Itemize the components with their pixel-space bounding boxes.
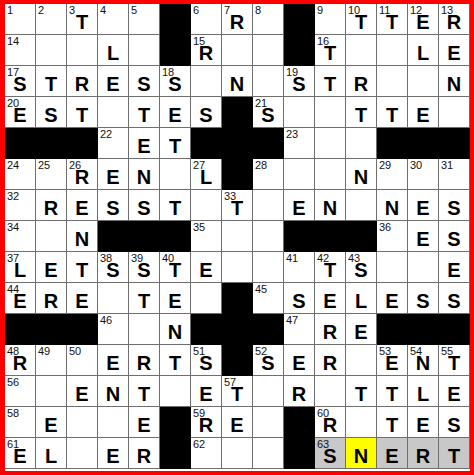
cell-r12c14[interactable]: 54N <box>408 345 439 376</box>
cell-letter-r13c10: R <box>284 383 314 405</box>
cell-letter-r12c9: S <box>253 352 283 374</box>
cell-r1c12[interactable]: 10T <box>346 4 377 35</box>
cell-r1c15[interactable]: 13R <box>439 4 470 35</box>
clue-number-5: 5 <box>131 4 137 17</box>
cell-r10c11[interactable]: E <box>315 283 346 314</box>
cell-letter-r15c4: E <box>98 445 128 467</box>
cell-r3c3[interactable]: R <box>67 66 98 97</box>
black-cell-r5c2 <box>36 128 67 159</box>
cell-letter-r4c7: S <box>191 104 221 126</box>
cell-r10c14[interactable]: S <box>408 283 439 314</box>
cell-r4c3[interactable]: T <box>67 97 98 128</box>
cell-letter-r7c4: S <box>98 197 128 219</box>
cell-r12c7[interactable]: 51S <box>191 345 222 376</box>
cell-letter-r7c13: N <box>377 197 407 219</box>
cell-r6c3[interactable]: 26R <box>67 159 98 190</box>
black-cell-r14c10 <box>284 407 315 438</box>
cell-r12c10[interactable]: E <box>284 345 315 376</box>
cell-r11c6[interactable]: N <box>160 314 191 345</box>
crossword-grid: 123T4567R8910T11T12E13R14L15R16TLE17STRE… <box>5 4 470 469</box>
cell-r12c2[interactable]: 49 <box>36 345 67 376</box>
cell-letter-r10c10: S <box>284 290 314 312</box>
cell-r1c9[interactable]: 8 <box>253 4 284 35</box>
cell-r10c12[interactable]: L <box>346 283 377 314</box>
cell-r10c10[interactable]: S <box>284 283 315 314</box>
cell-r4c13[interactable]: T <box>377 97 408 128</box>
cell-letter-r15c13: E <box>377 445 407 467</box>
cell-r12c15[interactable]: 55T <box>439 345 470 376</box>
cell-r2c2[interactable] <box>36 35 67 66</box>
cell-r12c6[interactable]: T <box>160 345 191 376</box>
cell-r15c4[interactable]: E <box>98 438 129 469</box>
cell-letter-r6c12: N <box>346 166 376 188</box>
cell-r2c13[interactable] <box>377 35 408 66</box>
cell-r11c4[interactable]: 46 <box>98 314 129 345</box>
cell-r14c13[interactable]: T <box>377 407 408 438</box>
cell-r3c12[interactable]: R <box>346 66 377 97</box>
cell-r1c11[interactable]: 9 <box>315 4 346 35</box>
cell-r9c10[interactable]: 41 <box>284 252 315 283</box>
cell-letter-r1c13: T <box>377 11 407 33</box>
cell-r8c15[interactable]: S <box>439 221 470 252</box>
cell-r6c10[interactable] <box>284 159 315 190</box>
cell-r12c4[interactable]: E <box>98 345 129 376</box>
cell-r10c5[interactable]: T <box>129 283 160 314</box>
cell-r7c13[interactable]: N <box>377 190 408 221</box>
cell-r6c14[interactable]: 30 <box>408 159 439 190</box>
cell-r7c15[interactable]: S <box>439 190 470 221</box>
cell-letter-r4c12: T <box>346 104 376 126</box>
cell-r3c7[interactable] <box>191 66 222 97</box>
cell-r13c6[interactable] <box>160 376 191 407</box>
cell-letter-r14c8: E <box>222 414 252 436</box>
cell-r15c12[interactable]: N <box>346 438 377 469</box>
cell-r2c7[interactable]: 15R <box>191 35 222 66</box>
cell-r3c11[interactable]: T <box>315 66 346 97</box>
cell-r12c11[interactable]: R <box>315 345 346 376</box>
cell-r12c13[interactable]: 53E <box>377 345 408 376</box>
cell-letter-r10c15: S <box>439 290 469 312</box>
cell-r3c8[interactable]: N <box>222 66 253 97</box>
cell-r7c10[interactable]: E <box>284 190 315 221</box>
cell-r15c14[interactable]: R <box>408 438 439 469</box>
black-cell-r11c9 <box>253 314 284 345</box>
cell-r8c9[interactable] <box>253 221 284 252</box>
cell-r11c5[interactable] <box>129 314 160 345</box>
cell-letter-r15c2: L <box>36 445 66 467</box>
cell-letter-r4c6: E <box>160 104 190 126</box>
cell-r6c2[interactable]: 25 <box>36 159 67 190</box>
cell-letter-r10c6: E <box>160 290 190 312</box>
cell-r6c15[interactable]: 31 <box>439 159 470 190</box>
cell-r3c13[interactable] <box>377 66 408 97</box>
cell-r10c7[interactable] <box>191 283 222 314</box>
clue-number-8: 8 <box>255 4 261 17</box>
cell-letter-r9c4: S <box>98 259 128 281</box>
cell-r14c12[interactable] <box>346 407 377 438</box>
cell-r8c8[interactable] <box>222 221 253 252</box>
cell-r15c7[interactable]: 62 <box>191 438 222 469</box>
cell-letter-r14c7: R <box>191 414 221 436</box>
cell-r2c1[interactable]: 14 <box>5 35 36 66</box>
clue-number-41: 41 <box>286 252 298 265</box>
cell-letter-r12c10: E <box>284 352 314 374</box>
cell-letter-r12c5: R <box>129 352 159 374</box>
cell-letter-r12c4: E <box>98 352 128 374</box>
cell-letter-r8c14: E <box>408 228 438 250</box>
black-cell-r8c5 <box>129 221 160 252</box>
cell-letter-r1c14: E <box>408 11 438 33</box>
cell-letter-r10c1: E <box>5 290 35 312</box>
cell-r6c9[interactable]: 28 <box>253 159 284 190</box>
cell-r3c1[interactable]: 17S <box>5 66 36 97</box>
black-cell-r10c8 <box>222 283 253 314</box>
cell-r14c1[interactable]: 58 <box>5 407 36 438</box>
cell-letter-r3c4: E <box>98 73 128 95</box>
cell-letter-r7c15: S <box>439 197 469 219</box>
clue-number-58: 58 <box>7 407 19 420</box>
cell-letter-r10c12: L <box>346 290 376 312</box>
clue-number-6: 6 <box>193 4 199 17</box>
cell-letter-r13c13: T <box>377 383 407 405</box>
cell-r5c10[interactable]: 23 <box>284 128 315 159</box>
cell-r9c15[interactable]: E <box>439 252 470 283</box>
black-cell-r5c9 <box>253 128 284 159</box>
black-cell-r1c10 <box>284 4 315 35</box>
cell-r1c8[interactable]: 7R <box>222 4 253 35</box>
cell-letter-r13c15: E <box>439 383 469 405</box>
clue-number-32: 32 <box>7 190 19 203</box>
cell-r6c13[interactable]: 29 <box>377 159 408 190</box>
cell-letter-r7c14: E <box>408 197 438 219</box>
clue-number-49: 49 <box>38 345 50 358</box>
cell-r3c4[interactable]: E <box>98 66 129 97</box>
cell-r9c2[interactable]: E <box>36 252 67 283</box>
cell-r2c4[interactable]: L <box>98 35 129 66</box>
cell-r3c15[interactable]: N <box>439 66 470 97</box>
cell-r3c10[interactable]: 19S <box>284 66 315 97</box>
cell-letter-r4c5: T <box>129 104 159 126</box>
cell-letter-r10c11: E <box>315 290 345 312</box>
cell-r2c3[interactable] <box>67 35 98 66</box>
cell-letter-r14c13: T <box>377 414 407 436</box>
black-cell-r5c15 <box>439 128 470 159</box>
clue-number-29: 29 <box>379 159 391 172</box>
cell-r14c8[interactable]: E <box>222 407 253 438</box>
cell-letter-r7c5: S <box>129 197 159 219</box>
black-cell-r8c10 <box>284 221 315 252</box>
cell-r13c1[interactable]: 56 <box>5 376 36 407</box>
cell-letter-r9c5: S <box>129 259 159 281</box>
cell-letter-r2c11: T <box>315 42 345 64</box>
cell-r6c1[interactable]: 24 <box>5 159 36 190</box>
cell-r4c14[interactable]: E <box>408 97 439 128</box>
cell-r9c3[interactable]: T <box>67 252 98 283</box>
cell-r2c15[interactable]: E <box>439 35 470 66</box>
clue-number-4: 4 <box>100 4 106 17</box>
cell-r4c15[interactable] <box>439 97 470 128</box>
cell-r4c2[interactable]: S <box>36 97 67 128</box>
cell-r11c10[interactable]: 47 <box>284 314 315 345</box>
cell-r1c1[interactable]: 1 <box>5 4 36 35</box>
cell-r1c7[interactable]: 6 <box>191 4 222 35</box>
cell-letter-r2c7: R <box>191 42 221 64</box>
black-cell-r4c8 <box>222 97 253 128</box>
cell-r3c6[interactable]: 18S <box>160 66 191 97</box>
cell-letter-r2c4: L <box>98 42 128 64</box>
cell-r10c4[interactable] <box>98 283 129 314</box>
cell-r3c9[interactable] <box>253 66 284 97</box>
cell-r8c14[interactable]: E <box>408 221 439 252</box>
cell-letter-r15c11: S <box>315 445 345 467</box>
cell-r13c15[interactable]: E <box>439 376 470 407</box>
cell-r14c15[interactable]: S <box>439 407 470 438</box>
cell-letter-r9c2: E <box>36 259 66 281</box>
cell-letter-r11c12: E <box>346 321 376 343</box>
cell-r15c15[interactable]: T <box>439 438 470 469</box>
cell-r7c7[interactable] <box>191 190 222 221</box>
cell-r7c1[interactable]: 32 <box>5 190 36 221</box>
cell-r10c15[interactable]: S <box>439 283 470 314</box>
cell-r2c12[interactable] <box>346 35 377 66</box>
cell-r2c5[interactable] <box>129 35 160 66</box>
cell-r10c1[interactable]: 44E <box>5 283 36 314</box>
cell-r9c7[interactable]: E <box>191 252 222 283</box>
cell-letter-r15c14: R <box>408 445 438 467</box>
cell-letter-r4c3: T <box>67 104 97 126</box>
cell-r1c4[interactable]: 4 <box>98 4 129 35</box>
cell-letter-r10c13: E <box>377 290 407 312</box>
cell-r14c5[interactable]: E <box>129 407 160 438</box>
cell-r2c8[interactable] <box>222 35 253 66</box>
cell-r8c7[interactable]: 35 <box>191 221 222 252</box>
cell-r9c9[interactable] <box>253 252 284 283</box>
cell-letter-r14c2: E <box>36 414 66 436</box>
cell-letter-r9c3: T <box>67 259 97 281</box>
cell-letter-r3c6: S <box>160 73 190 95</box>
cell-r5c6[interactable]: T <box>160 128 191 159</box>
cell-r3c5[interactable]: S <box>129 66 160 97</box>
black-cell-r5c7 <box>191 128 222 159</box>
cell-r7c4[interactable]: S <box>98 190 129 221</box>
clue-number-2: 2 <box>38 4 44 17</box>
cell-r6c12[interactable]: N <box>346 159 377 190</box>
cell-r13c2[interactable] <box>36 376 67 407</box>
black-cell-r8c12 <box>346 221 377 252</box>
cell-r15c2[interactable]: L <box>36 438 67 469</box>
clue-number-14: 14 <box>7 35 19 48</box>
cell-r12c12[interactable] <box>346 345 377 376</box>
cell-letter-r10c5: T <box>129 290 159 312</box>
cell-letter-r10c14: S <box>408 290 438 312</box>
clue-number-9: 9 <box>317 4 323 17</box>
cell-r1c2[interactable]: 2 <box>36 4 67 35</box>
cell-r15c13[interactable]: E <box>377 438 408 469</box>
black-cell-r11c8 <box>222 314 253 345</box>
cell-r4c12[interactable]: T <box>346 97 377 128</box>
cell-r12c1[interactable]: 48R <box>5 345 36 376</box>
cell-r13c7[interactable]: E <box>191 376 222 407</box>
clue-number-36: 36 <box>379 221 391 234</box>
cell-r14c4[interactable] <box>98 407 129 438</box>
cell-letter-r4c13: T <box>377 104 407 126</box>
cell-r10c6[interactable]: E <box>160 283 191 314</box>
cell-r6c6[interactable] <box>160 159 191 190</box>
cell-r13c4[interactable]: N <box>98 376 129 407</box>
cell-r11c11[interactable]: R <box>315 314 346 345</box>
cell-letter-r6c3: R <box>67 166 97 188</box>
cell-r4c10[interactable] <box>284 97 315 128</box>
cell-letter-r4c9: S <box>253 104 283 126</box>
black-cell-r11c7 <box>191 314 222 345</box>
cell-r4c1[interactable]: 20E <box>5 97 36 128</box>
cell-r14c9[interactable] <box>253 407 284 438</box>
cell-r13c5[interactable]: T <box>129 376 160 407</box>
cell-r8c3[interactable]: N <box>67 221 98 252</box>
cell-r2c14[interactable]: L <box>408 35 439 66</box>
cell-r4c4[interactable] <box>98 97 129 128</box>
cell-letter-r4c1: E <box>5 104 35 126</box>
cell-r8c13[interactable]: 36 <box>377 221 408 252</box>
cell-r9c1[interactable]: 37L <box>5 252 36 283</box>
cell-r10c13[interactable]: E <box>377 283 408 314</box>
cell-letter-r7c10: E <box>284 197 314 219</box>
cell-r10c3[interactable]: E <box>67 283 98 314</box>
cell-r12c3[interactable]: 50 <box>67 345 98 376</box>
cell-r4c5[interactable]: T <box>129 97 160 128</box>
cell-letter-r4c2: S <box>36 104 66 126</box>
cell-r9c14[interactable] <box>408 252 439 283</box>
cell-r4c9[interactable]: 21S <box>253 97 284 128</box>
cell-r7c11[interactable]: N <box>315 190 346 221</box>
clue-number-47: 47 <box>286 314 298 327</box>
cell-letter-r5c6: T <box>160 135 190 157</box>
cell-letter-r3c10: S <box>284 73 314 95</box>
cell-r6c4[interactable]: E <box>98 159 129 190</box>
cell-r14c11[interactable]: 60R <box>315 407 346 438</box>
cell-r13c14[interactable]: L <box>408 376 439 407</box>
cell-r9c12[interactable]: 43S <box>346 252 377 283</box>
cell-r7c8[interactable]: 33T <box>222 190 253 221</box>
cell-letter-r1c8: R <box>222 11 252 33</box>
cell-letter-r3c2: T <box>36 73 66 95</box>
black-cell-r5c8 <box>222 128 253 159</box>
cell-r8c1[interactable]: 34 <box>5 221 36 252</box>
cell-r7c5[interactable]: S <box>129 190 160 221</box>
cell-r9c11[interactable]: 42T <box>315 252 346 283</box>
cell-r13c3[interactable]: E <box>67 376 98 407</box>
cell-r1c3[interactable]: 3T <box>67 4 98 35</box>
cell-letter-r3c8: N <box>222 73 252 95</box>
cell-letter-r7c3: E <box>67 197 97 219</box>
cell-r7c2[interactable]: R <box>36 190 67 221</box>
cell-r5c4[interactable]: 22 <box>98 128 129 159</box>
cell-r2c9[interactable] <box>253 35 284 66</box>
cell-r14c14[interactable]: E <box>408 407 439 438</box>
cell-r6c5[interactable]: N <box>129 159 160 190</box>
cell-r1c5[interactable]: 5 <box>129 4 160 35</box>
black-cell-r11c3 <box>67 314 98 345</box>
cell-r15c3[interactable] <box>67 438 98 469</box>
cell-r15c8[interactable] <box>222 438 253 469</box>
cell-r5c12[interactable] <box>346 128 377 159</box>
cell-letter-r12c15: T <box>439 352 469 374</box>
cell-r4c11[interactable] <box>315 97 346 128</box>
cell-r7c6[interactable]: T <box>160 190 191 221</box>
cell-r9c8[interactable] <box>222 252 253 283</box>
cell-r14c2[interactable]: E <box>36 407 67 438</box>
black-cell-r8c11 <box>315 221 346 252</box>
black-cell-r6c8 <box>222 159 253 190</box>
cell-r4c6[interactable]: E <box>160 97 191 128</box>
cell-r10c9[interactable]: 45 <box>253 283 284 314</box>
cell-r3c2[interactable]: T <box>36 66 67 97</box>
cell-r13c8[interactable]: 57T <box>222 376 253 407</box>
cell-r12c9[interactable]: 52S <box>253 345 284 376</box>
cell-letter-r12c7: S <box>191 352 221 374</box>
black-cell-r2c6 <box>160 35 191 66</box>
cell-letter-r11c11: R <box>315 321 345 343</box>
cell-letter-r14c15: S <box>439 414 469 436</box>
clue-number-35: 35 <box>193 221 205 234</box>
cell-r8c2[interactable] <box>36 221 67 252</box>
cell-letter-r12c6: T <box>160 352 190 374</box>
cell-r14c3[interactable] <box>67 407 98 438</box>
cell-r11c12[interactable]: E <box>346 314 377 345</box>
cell-r9c13[interactable] <box>377 252 408 283</box>
cell-letter-r5c5: E <box>129 135 159 157</box>
cell-r5c5[interactable]: E <box>129 128 160 159</box>
cell-r13c11[interactable] <box>315 376 346 407</box>
black-cell-r2c10 <box>284 35 315 66</box>
cell-letter-r1c3: T <box>67 11 97 33</box>
cell-r13c9[interactable] <box>253 376 284 407</box>
cell-letter-r4c14: E <box>408 104 438 126</box>
cell-letter-r14c14: E <box>408 414 438 436</box>
cell-r3c14[interactable] <box>408 66 439 97</box>
clue-number-50: 50 <box>69 345 81 358</box>
crossword-puzzle-frame: 123T4567R8910T11T12E13R14L15R16TLE17STRE… <box>0 0 474 475</box>
cell-r15c11[interactable]: 63S <box>315 438 346 469</box>
cell-r9c5[interactable]: 39S <box>129 252 160 283</box>
cell-r7c9[interactable] <box>253 190 284 221</box>
cell-r10c2[interactable]: R <box>36 283 67 314</box>
cell-r13c12[interactable]: T <box>346 376 377 407</box>
cell-r1c13[interactable]: 11T <box>377 4 408 35</box>
cell-r12c5[interactable]: R <box>129 345 160 376</box>
cell-r4c7[interactable]: S <box>191 97 222 128</box>
cell-letter-r2c14: L <box>408 42 438 64</box>
cell-r14c7[interactable]: 59R <box>191 407 222 438</box>
cell-r9c4[interactable]: 38S <box>98 252 129 283</box>
cell-r2c11[interactable]: 16T <box>315 35 346 66</box>
cell-letter-r13c12: T <box>346 383 376 405</box>
cell-r6c11[interactable] <box>315 159 346 190</box>
cell-r13c10[interactable]: R <box>284 376 315 407</box>
cell-r7c14[interactable]: E <box>408 190 439 221</box>
cell-r9c6[interactable]: 40T <box>160 252 191 283</box>
cell-r15c9[interactable] <box>253 438 284 469</box>
cell-r15c1[interactable]: 61E <box>5 438 36 469</box>
cell-r13c13[interactable]: T <box>377 376 408 407</box>
cell-r15c5[interactable]: R <box>129 438 160 469</box>
cell-r6c7[interactable]: 27L <box>191 159 222 190</box>
cell-r1c14[interactable]: 12E <box>408 4 439 35</box>
cell-r7c12[interactable] <box>346 190 377 221</box>
cell-r7c3[interactable]: E <box>67 190 98 221</box>
cell-letter-r3c1: S <box>5 73 35 95</box>
cell-r5c11[interactable] <box>315 128 346 159</box>
